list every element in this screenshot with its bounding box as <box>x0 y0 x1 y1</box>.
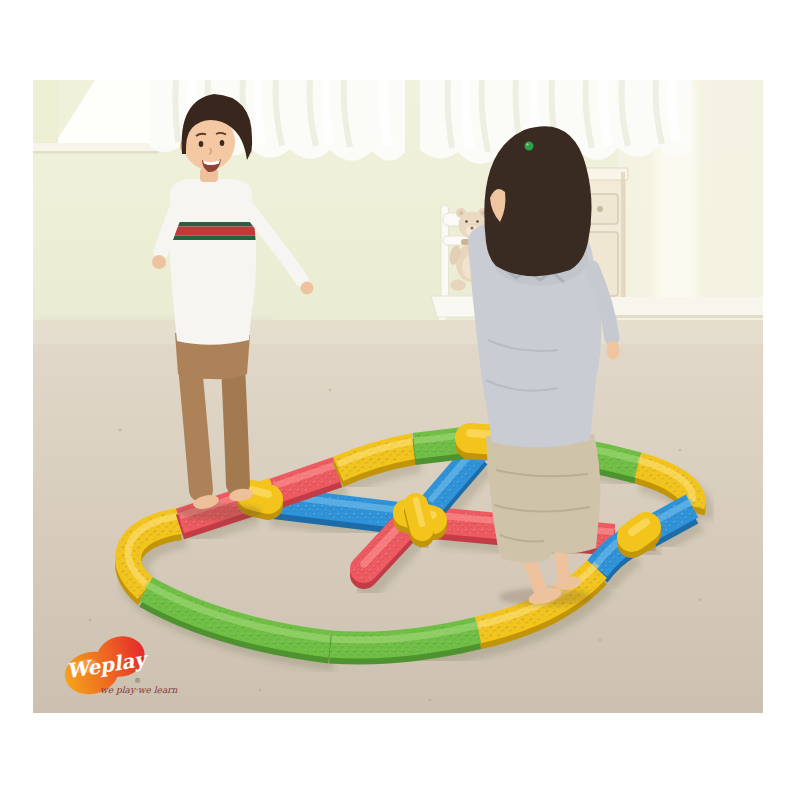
registered-mark: ® <box>134 677 141 685</box>
boy-shirt-stripe <box>166 222 258 240</box>
photo-area: Weplay ® we play·we learn <box>33 80 763 713</box>
connector-west <box>252 490 268 505</box>
window-sill <box>33 143 159 152</box>
cabinet-knob <box>597 206 603 212</box>
boy-leg-left <box>190 366 201 490</box>
window <box>33 80 168 154</box>
girl-hand <box>607 341 620 360</box>
boy-shadow <box>178 504 262 520</box>
girl-pants <box>486 434 600 563</box>
teddy-nose <box>470 226 473 229</box>
boy-leg-right <box>233 366 238 484</box>
boy-hand-left <box>152 255 166 269</box>
girl-hair-clip <box>525 142 534 151</box>
connector-center-b <box>416 500 422 535</box>
weplay-tagline: we play·we learn <box>100 685 178 695</box>
connector-east <box>632 522 646 543</box>
product-photo: Weplay ® we play·we learn <box>0 0 800 800</box>
boy-hand-right <box>301 282 314 295</box>
